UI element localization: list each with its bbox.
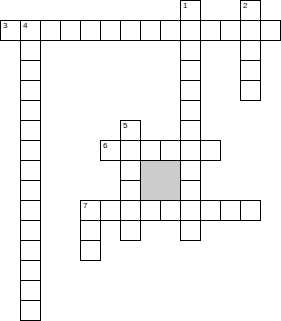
cell-r7c6[interactable] (120, 140, 141, 161)
cell-r9c6[interactable] (120, 180, 141, 201)
cell-r2c9[interactable] (180, 40, 201, 61)
cell-r10c11[interactable] (220, 200, 241, 221)
cell-r15c1[interactable] (20, 300, 41, 321)
clue-number-4: 4 (23, 21, 27, 30)
cell-r12c1[interactable] (20, 240, 41, 261)
clue-number-2: 2 (243, 1, 247, 10)
cell-r14c1[interactable] (20, 280, 41, 301)
cell-r4c12[interactable] (240, 80, 261, 101)
clue-number-7: 7 (83, 201, 87, 210)
cell-r12c4[interactable] (80, 240, 101, 261)
cell-r1c1[interactable]: 4 (20, 20, 41, 41)
cell-r1c9[interactable] (180, 20, 201, 41)
cell-r10c6[interactable] (120, 200, 141, 221)
cell-r1c13[interactable] (260, 20, 281, 41)
clue-number-5: 5 (123, 121, 127, 130)
cell-r1c11[interactable] (220, 20, 241, 41)
cell-r0c9[interactable]: 1 (180, 0, 201, 21)
cell-r2c1[interactable] (20, 40, 41, 61)
cell-r1c8[interactable] (160, 20, 181, 41)
cell-r8c6[interactable] (120, 160, 141, 181)
cell-r10c8[interactable] (160, 200, 181, 221)
cell-r7c1[interactable] (20, 140, 41, 161)
cell-r10c9[interactable] (180, 200, 201, 221)
cell-r5c1[interactable] (20, 100, 41, 121)
cell-r0c12[interactable]: 2 (240, 0, 261, 21)
cell-r6c1[interactable] (20, 120, 41, 141)
cell-r3c9[interactable] (180, 60, 201, 81)
clue-number-3: 3 (3, 21, 7, 30)
clue-number-6: 6 (103, 141, 107, 150)
cell-r8c1[interactable] (20, 160, 41, 181)
cell-r3c1[interactable] (20, 60, 41, 81)
cell-r7c9[interactable] (180, 140, 201, 161)
cell-r1c4[interactable] (80, 20, 101, 41)
cell-r10c4[interactable]: 7 (80, 200, 101, 221)
cell-r5c9[interactable] (180, 100, 201, 121)
cell-r1c7[interactable] (140, 20, 161, 41)
cell-r3c12[interactable] (240, 60, 261, 81)
cell-r1c5[interactable] (100, 20, 121, 41)
cell-r1c0[interactable]: 3 (0, 20, 21, 41)
cell-r11c4[interactable] (80, 220, 101, 241)
cell-r10c5[interactable] (100, 200, 121, 221)
cell-r6c9[interactable] (180, 120, 201, 141)
cell-r6c6[interactable]: 5 (120, 120, 141, 141)
cell-r1c3[interactable] (60, 20, 81, 41)
cell-r4c1[interactable] (20, 80, 41, 101)
cell-r7c10[interactable] (200, 140, 221, 161)
gray-block (140, 160, 181, 201)
cell-r1c2[interactable] (40, 20, 61, 41)
cell-r10c12[interactable] (240, 200, 261, 221)
cell-r4c9[interactable] (180, 80, 201, 101)
cell-r1c10[interactable] (200, 20, 221, 41)
cell-r7c7[interactable] (140, 140, 161, 161)
cell-r9c9[interactable] (180, 180, 201, 201)
cell-r1c12[interactable] (240, 20, 261, 41)
cell-r1c6[interactable] (120, 20, 141, 41)
cell-r10c10[interactable] (200, 200, 221, 221)
cell-r10c1[interactable] (20, 200, 41, 221)
cell-r7c5[interactable]: 6 (100, 140, 121, 161)
crossword-grid: 1234567 (0, 0, 281, 321)
cell-r7c8[interactable] (160, 140, 181, 161)
cell-r8c9[interactable] (180, 160, 201, 181)
cell-r10c7[interactable] (140, 200, 161, 221)
cell-r11c9[interactable] (180, 220, 201, 241)
cell-r11c6[interactable] (120, 220, 141, 241)
cell-r9c1[interactable] (20, 180, 41, 201)
cell-r11c1[interactable] (20, 220, 41, 241)
cell-r2c12[interactable] (240, 40, 261, 61)
clue-number-1: 1 (183, 1, 187, 10)
cell-r13c1[interactable] (20, 260, 41, 281)
